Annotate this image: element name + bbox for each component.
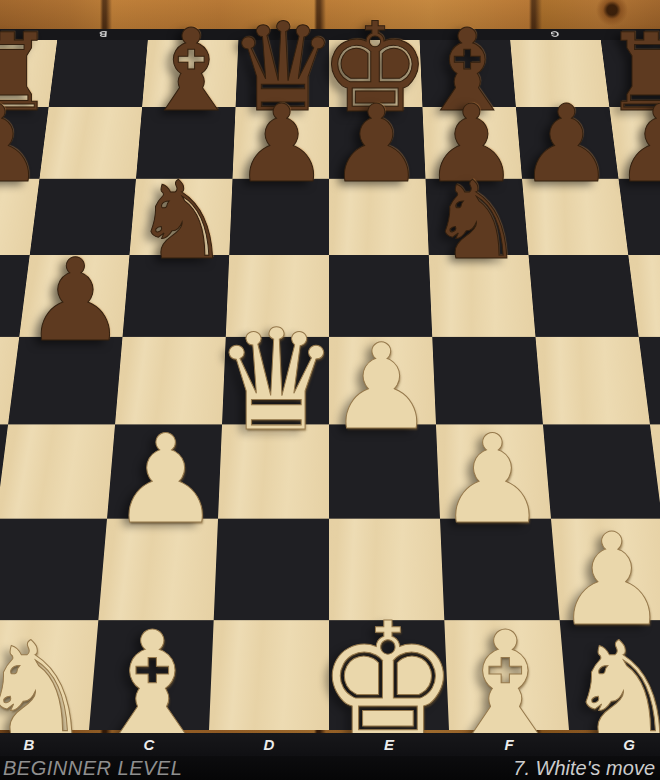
piece-black-pawn-d7[interactable]: ♟ [228,91,335,198]
file-label-g: G [614,736,644,753]
square-b3[interactable] [0,424,115,518]
square-g4[interactable] [535,337,649,425]
piece-black-knight-c6[interactable]: ♞ [128,167,236,275]
square-b8[interactable] [49,40,148,107]
piece-black-knight-f6[interactable]: ♞ [422,167,530,275]
file-label-c: C [134,736,164,753]
file-label-f: F [494,736,524,753]
far-file-label-g: G [539,30,570,39]
file-label-bar: BCDEFG [0,733,660,756]
piece-white-pawn-f3[interactable]: ♟ [431,419,554,542]
piece-black-pawn-h7[interactable]: ♟ [608,91,660,198]
piece-white-pawn-c3[interactable]: ♟ [104,419,227,542]
piece-black-pawn-a7[interactable]: ♟ [0,91,50,198]
piece-white-pawn-e4[interactable]: ♟ [322,328,440,446]
status-bar: BEGINNER LEVEL 7. White's move [0,756,660,780]
far-file-label-b: B [88,30,119,39]
piece-black-pawn-b5[interactable]: ♟ [18,244,132,358]
file-label-d: D [254,736,284,753]
move-status: 7. White's move [513,757,655,780]
file-label-b: B [14,736,44,753]
square-g5[interactable] [529,255,639,337]
square-g3[interactable] [543,424,660,518]
level-label: BEGINNER LEVEL [3,757,182,780]
piece-black-pawn-e7[interactable]: ♟ [323,91,430,198]
chess-app-screen: BG ♜♝♛♚♝♜♟♟♟♟♟♟♞♞♟♛♟♟♟♟♟♟♜♞♝♚♝♞♜ BCDEFG … [0,0,660,780]
file-label-e: E [374,736,404,753]
